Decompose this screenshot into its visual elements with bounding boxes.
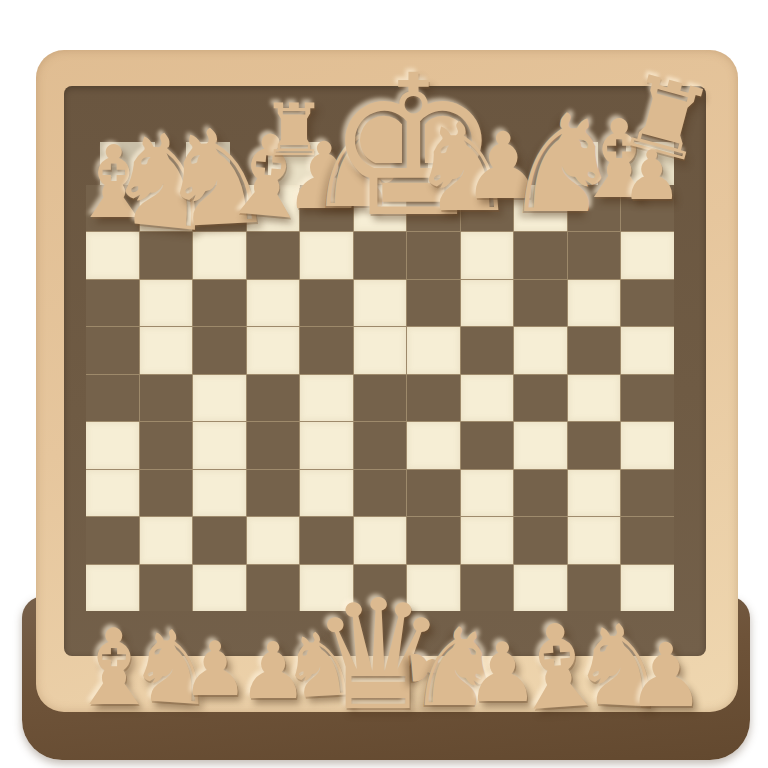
square-r3c4-light[interactable]	[247, 280, 300, 326]
square-r3c6-light[interactable]	[354, 280, 407, 326]
square-r7c2-dark[interactable]	[140, 470, 193, 516]
square-r3c8-light[interactable]	[461, 280, 514, 326]
square-r8c4-light[interactable]	[247, 517, 300, 563]
square-r4c2-light[interactable]	[140, 327, 193, 373]
square-r4c5-dark[interactable]	[300, 327, 353, 373]
square-r7c4-dark[interactable]	[247, 470, 300, 516]
square-r8c10-light[interactable]	[568, 517, 621, 563]
square-r6c10-dark[interactable]	[568, 422, 621, 468]
square-r5c11-dark[interactable]	[621, 375, 674, 421]
square-r7c7-dark[interactable]	[407, 470, 460, 516]
square-r6c2-dark[interactable]	[140, 422, 193, 468]
square-r4c3-dark[interactable]	[193, 327, 246, 373]
square-r6c6-dark[interactable]	[354, 422, 407, 468]
square-r3c7-dark[interactable]	[407, 280, 460, 326]
square-r4c9-light[interactable]	[514, 327, 567, 373]
square-r7c11-dark[interactable]	[621, 470, 674, 516]
square-r5c4-dark[interactable]	[247, 375, 300, 421]
square-r3c5-dark[interactable]	[300, 280, 353, 326]
square-r9c2-dark[interactable]	[140, 565, 193, 611]
square-r7c10-light[interactable]	[568, 470, 621, 516]
square-r7c5-light[interactable]	[300, 470, 353, 516]
chess-board-scene: ♝♞♞♝♜♟♞♚♞♟♞♝♜♟ ♝♞♟♟♞♛♟♞♟♝♞♟	[0, 0, 768, 768]
square-r4c10-dark[interactable]	[568, 327, 621, 373]
square-r4c1-dark[interactable]	[86, 327, 139, 373]
square-r4c7-light[interactable]	[407, 327, 460, 373]
square-r7c8-light[interactable]	[461, 470, 514, 516]
square-r6c5-light[interactable]	[300, 422, 353, 468]
square-r8c8-light[interactable]	[461, 517, 514, 563]
square-r9c1-light[interactable]	[86, 565, 139, 611]
square-r7c1-light[interactable]	[86, 470, 139, 516]
square-r7c9-dark[interactable]	[514, 470, 567, 516]
square-r3c10-light[interactable]	[568, 280, 621, 326]
square-r4c4-light[interactable]	[247, 327, 300, 373]
square-r6c9-light[interactable]	[514, 422, 567, 468]
square-r5c2-dark[interactable]	[140, 375, 193, 421]
square-r8c6-light[interactable]	[354, 517, 407, 563]
square-r5c10-light[interactable]	[568, 375, 621, 421]
square-r2c11-light[interactable]	[621, 232, 674, 278]
square-r8c3-dark[interactable]	[193, 517, 246, 563]
square-r3c3-dark[interactable]	[193, 280, 246, 326]
square-r3c11-dark[interactable]	[621, 280, 674, 326]
square-r7c6-dark[interactable]	[354, 470, 407, 516]
square-r6c3-light[interactable]	[193, 422, 246, 468]
square-r8c11-dark[interactable]	[621, 517, 674, 563]
square-r7c3-light[interactable]	[193, 470, 246, 516]
square-r6c11-light[interactable]	[621, 422, 674, 468]
square-r9c4-dark[interactable]	[247, 565, 300, 611]
square-r8c9-dark[interactable]	[514, 517, 567, 563]
square-r6c4-dark[interactable]	[247, 422, 300, 468]
square-r9c3-light[interactable]	[193, 565, 246, 611]
square-r6c7-light[interactable]	[407, 422, 460, 468]
square-r5c8-light[interactable]	[461, 375, 514, 421]
square-r5c3-light[interactable]	[193, 375, 246, 421]
square-r4c6-light[interactable]	[354, 327, 407, 373]
piece-pawn[interactable]: ♟	[627, 632, 706, 720]
square-r5c7-dark[interactable]	[407, 375, 460, 421]
square-r8c2-light[interactable]	[140, 517, 193, 563]
square-r6c1-light[interactable]	[86, 422, 139, 468]
square-r5c5-light[interactable]	[300, 375, 353, 421]
square-r5c9-dark[interactable]	[514, 375, 567, 421]
square-r4c11-light[interactable]	[621, 327, 674, 373]
square-r5c1-dark[interactable]	[86, 375, 139, 421]
square-r8c1-dark[interactable]	[86, 517, 139, 563]
square-r4c8-dark[interactable]	[461, 327, 514, 373]
square-r6c8-dark[interactable]	[461, 422, 514, 468]
piece-pawn[interactable]: ♟	[621, 142, 682, 210]
square-r3c2-light[interactable]	[140, 280, 193, 326]
square-r8c5-dark[interactable]	[300, 517, 353, 563]
square-r5c6-dark[interactable]	[354, 375, 407, 421]
square-r3c1-dark[interactable]	[86, 280, 139, 326]
square-r3c9-dark[interactable]	[514, 280, 567, 326]
square-r8c7-dark[interactable]	[407, 517, 460, 563]
